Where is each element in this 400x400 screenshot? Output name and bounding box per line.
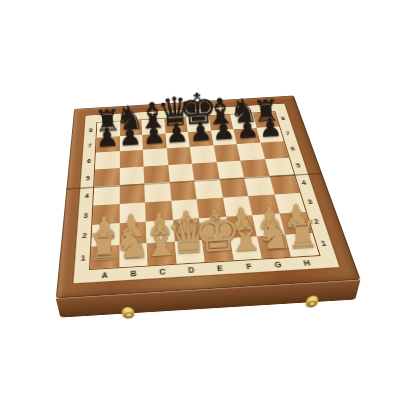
square-h5 xyxy=(264,157,293,176)
square-d2: ♟ xyxy=(172,218,201,241)
square-a8: ♜ xyxy=(97,121,120,137)
square-d4 xyxy=(169,180,196,200)
square-a3 xyxy=(92,204,119,225)
square-d8: ♛ xyxy=(164,117,188,133)
square-e5 xyxy=(192,162,219,181)
square-e4 xyxy=(194,179,222,199)
square-b5 xyxy=(119,166,144,185)
square-e1: ♚ xyxy=(202,238,234,262)
square-d7: ♟ xyxy=(165,132,190,149)
square-h7: ♟ xyxy=(256,126,283,143)
square-e3 xyxy=(197,197,226,218)
square-d1: ♛ xyxy=(174,239,204,263)
square-b1: ♞ xyxy=(119,243,148,267)
board-scene: ABCDEFGH ABCDEFGH 12345678 12345678 ♜♞♝♛… xyxy=(74,95,307,328)
square-b3 xyxy=(119,202,146,223)
square-b4 xyxy=(119,183,145,203)
file-label-e: E xyxy=(205,260,236,275)
rank-label-5: 5 xyxy=(80,169,95,187)
square-c5 xyxy=(144,165,170,184)
square-b8: ♞ xyxy=(119,120,142,136)
rank-label-3: 3 xyxy=(78,205,94,226)
rank-label-7: 7 xyxy=(83,137,97,153)
photo-stage: ABCDEFGH ABCDEFGH 12345678 12345678 ♜♞♝♛… xyxy=(0,0,400,400)
rank-label-8: 8 xyxy=(84,123,97,138)
square-f7: ♟ xyxy=(211,129,237,146)
square-c1: ♝ xyxy=(147,241,176,265)
square-h3 xyxy=(274,193,306,214)
file-label-b: B xyxy=(119,265,148,280)
square-e2: ♟ xyxy=(199,217,229,240)
file-label-g: G xyxy=(262,257,294,272)
square-f8: ♝ xyxy=(208,115,233,131)
square-b7: ♟ xyxy=(119,135,142,152)
square-c8: ♝ xyxy=(142,119,165,135)
rank-label-4: 4 xyxy=(79,187,94,206)
square-c2: ♟ xyxy=(146,220,174,243)
square-a1: ♜ xyxy=(90,244,119,268)
square-d6 xyxy=(166,147,192,165)
square-f5 xyxy=(216,160,244,179)
square-c6 xyxy=(143,148,168,166)
perspective-container: ABCDEFGH ABCDEFGH 12345678 12345678 ♜♞♝♛… xyxy=(74,95,307,328)
square-f6 xyxy=(213,144,240,162)
square-a5 xyxy=(94,168,119,187)
brass-clasp-left xyxy=(122,307,135,319)
rank-label-8: 8 xyxy=(274,111,291,126)
square-d5 xyxy=(168,163,194,182)
board-top-surface: ABCDEFGH ABCDEFGH 12345678 12345678 ♜♞♝♛… xyxy=(56,95,361,298)
square-a4 xyxy=(93,185,119,205)
square-b6 xyxy=(119,150,143,168)
coordinate-border: ABCDEFGH ABCDEFGH 12345678 12345678 ♜♞♝♛… xyxy=(73,104,339,284)
file-label-d: D xyxy=(176,262,206,277)
file-label-h: H xyxy=(290,255,323,270)
file-label-a: A xyxy=(90,267,119,282)
square-c3 xyxy=(145,200,172,221)
square-b2: ♟ xyxy=(119,222,147,245)
square-d3 xyxy=(171,199,199,220)
square-e6 xyxy=(190,146,216,164)
chess-board: ABCDEFGH ABCDEFGH 12345678 12345678 ♜♞♝♛… xyxy=(56,95,361,298)
file-label-f: F xyxy=(233,258,264,273)
square-a6 xyxy=(95,151,119,169)
square-c4 xyxy=(144,182,171,202)
square-h8: ♜ xyxy=(252,112,279,128)
square-e8: ♚ xyxy=(186,116,211,132)
square-a7: ♟ xyxy=(96,136,120,153)
rank-label-6: 6 xyxy=(82,153,96,170)
square-c7: ♟ xyxy=(142,133,166,150)
square-a2: ♟ xyxy=(91,223,119,246)
square-h4 xyxy=(269,174,300,194)
rank-label-1: 1 xyxy=(74,246,91,270)
square-h6 xyxy=(260,141,288,159)
rank-label-2: 2 xyxy=(76,225,92,247)
file-label-c: C xyxy=(148,264,178,279)
square-e7: ♟ xyxy=(188,130,213,147)
